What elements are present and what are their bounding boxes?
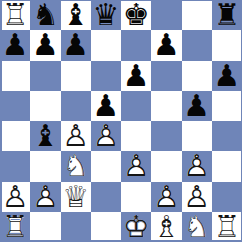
square-e7[interactable] [121, 30, 151, 60]
piece-glyph-outline: ♖ [2, 212, 29, 242]
piece-glyph: ♚ [123, 0, 150, 30]
piece-glyph: ♜ [213, 0, 240, 30]
square-e8[interactable]: ♚ [121, 0, 151, 30]
square-h2[interactable] [212, 182, 242, 212]
white-rook[interactable]: ♜♖ [212, 212, 242, 242]
square-a5[interactable] [0, 91, 30, 121]
square-f4[interactable] [151, 121, 181, 151]
white-king[interactable]: ♚♔ [121, 212, 151, 242]
piece-glyph-outline: ♗ [153, 212, 180, 242]
piece-glyph: ♟ [183, 91, 210, 121]
piece-glyph-outline: ♙ [2, 182, 29, 212]
white-pawn[interactable]: ♟♙ [151, 182, 181, 212]
square-e4[interactable] [121, 121, 151, 151]
square-g7[interactable] [182, 30, 212, 60]
white-queen[interactable]: ♛♕ [61, 182, 91, 212]
square-b4[interactable]: ♝ [30, 121, 60, 151]
black-pawn[interactable]: ♟ [121, 61, 151, 91]
white-pawn[interactable]: ♟♙ [30, 182, 60, 212]
black-pawn[interactable]: ♟ [30, 30, 60, 60]
piece-glyph-outline: ♔ [123, 212, 150, 242]
piece-glyph-outline: ♙ [62, 121, 89, 151]
piece-glyph-outline: ♖ [213, 212, 240, 242]
piece-glyph: ♝ [62, 0, 89, 30]
piece-glyph-outline: ♘ [62, 152, 89, 182]
white-pawn[interactable]: ♟♙ [91, 121, 121, 151]
square-c8[interactable]: ♝ [61, 0, 91, 30]
square-a8[interactable]: ♜♖ [0, 0, 30, 30]
square-d6[interactable] [91, 61, 121, 91]
piece-glyph: ♟ [153, 31, 180, 61]
square-a6[interactable] [0, 61, 30, 91]
square-g4[interactable] [182, 121, 212, 151]
square-c1[interactable] [61, 212, 91, 242]
piece-glyph-outline: ♕ [62, 182, 89, 212]
black-rook[interactable]: ♜ [212, 0, 242, 30]
white-bishop[interactable]: ♝♗ [151, 212, 181, 242]
square-e6[interactable]: ♟ [121, 61, 151, 91]
square-g5[interactable]: ♟ [182, 91, 212, 121]
square-f5[interactable] [151, 91, 181, 121]
piece-glyph-outline: ♖ [2, 0, 29, 30]
square-g1[interactable]: ♞♘ [182, 212, 212, 242]
square-h6[interactable]: ♟ [212, 61, 242, 91]
square-c3[interactable]: ♞♘ [61, 151, 91, 181]
square-f1[interactable]: ♝♗ [151, 212, 181, 242]
square-d8[interactable]: ♛ [91, 0, 121, 30]
square-a1[interactable]: ♜♖ [0, 212, 30, 242]
square-b1[interactable] [30, 212, 60, 242]
square-e2[interactable] [121, 182, 151, 212]
piece-glyph: ♟ [2, 31, 29, 61]
white-pawn[interactable]: ♟♙ [121, 151, 151, 181]
square-a7[interactable]: ♟ [0, 30, 30, 60]
black-bishop[interactable]: ♝ [30, 121, 60, 151]
square-h5[interactable] [212, 91, 242, 121]
white-rook[interactable]: ♜♖ [0, 212, 30, 242]
black-bishop[interactable]: ♝ [61, 0, 91, 30]
square-f6[interactable] [151, 61, 181, 91]
square-f8[interactable] [151, 0, 181, 30]
square-b3[interactable] [30, 151, 60, 181]
square-f3[interactable] [151, 151, 181, 181]
square-b7[interactable]: ♟ [30, 30, 60, 60]
piece-glyph-outline: ♙ [183, 182, 210, 212]
square-h3[interactable] [212, 151, 242, 181]
piece-glyph: ♟ [32, 31, 59, 61]
square-b2[interactable]: ♟♙ [30, 182, 60, 212]
black-queen[interactable]: ♛ [91, 0, 121, 30]
black-pawn[interactable]: ♟ [0, 30, 30, 60]
white-rook[interactable]: ♜♖ [0, 0, 30, 30]
square-d4[interactable]: ♟♙ [91, 121, 121, 151]
piece-glyph: ♟ [123, 61, 150, 91]
square-e5[interactable] [121, 91, 151, 121]
piece-glyph: ♛ [92, 0, 119, 30]
square-d3[interactable] [91, 151, 121, 181]
white-pawn[interactable]: ♟♙ [182, 151, 212, 181]
square-h8[interactable]: ♜ [212, 0, 242, 30]
square-h4[interactable] [212, 121, 242, 151]
black-king[interactable]: ♚ [121, 0, 151, 30]
piece-glyph: ♞ [32, 0, 59, 30]
square-e3[interactable]: ♟♙ [121, 151, 151, 181]
piece-glyph-outline: ♙ [153, 182, 180, 212]
piece-glyph-outline: ♙ [32, 182, 59, 212]
piece-glyph-outline: ♙ [92, 121, 119, 151]
square-e1[interactable]: ♚♔ [121, 212, 151, 242]
square-d1[interactable] [91, 212, 121, 242]
square-h7[interactable] [212, 30, 242, 60]
square-d5[interactable]: ♟ [91, 91, 121, 121]
black-pawn[interactable]: ♟ [91, 91, 121, 121]
square-a4[interactable] [0, 121, 30, 151]
piece-glyph-outline: ♘ [183, 212, 210, 242]
chess-board: ♜♖♞♝♛♚♜♟♟♟♟♟♟♟♟♝♟♙♟♙♞♘♟♙♟♙♟♙♟♙♛♕♟♙♟♙♜♖♚♔… [0, 0, 242, 242]
square-f2[interactable]: ♟♙ [151, 182, 181, 212]
black-knight[interactable]: ♞ [30, 0, 60, 30]
square-g2[interactable]: ♟♙ [182, 182, 212, 212]
square-a3[interactable] [0, 151, 30, 181]
piece-glyph-outline: ♙ [123, 152, 150, 182]
square-g6[interactable] [182, 61, 212, 91]
square-c4[interactable]: ♟♙ [61, 121, 91, 151]
square-g3[interactable]: ♟♙ [182, 151, 212, 181]
square-h1[interactable]: ♜♖ [212, 212, 242, 242]
square-a2[interactable]: ♟♙ [0, 182, 30, 212]
piece-glyph: ♟ [213, 61, 240, 91]
black-pawn[interactable]: ♟ [182, 91, 212, 121]
piece-glyph-outline: ♙ [183, 152, 210, 182]
white-pawn[interactable]: ♟♙ [61, 121, 91, 151]
black-pawn[interactable]: ♟ [61, 30, 91, 60]
square-b6[interactable] [30, 61, 60, 91]
square-c7[interactable]: ♟ [61, 30, 91, 60]
square-d7[interactable] [91, 30, 121, 60]
square-f7[interactable]: ♟ [151, 30, 181, 60]
white-pawn[interactable]: ♟♙ [182, 182, 212, 212]
square-d2[interactable] [91, 182, 121, 212]
square-g8[interactable] [182, 0, 212, 30]
square-c5[interactable] [61, 91, 91, 121]
square-b5[interactable] [30, 91, 60, 121]
white-pawn[interactable]: ♟♙ [0, 182, 30, 212]
square-b8[interactable]: ♞ [30, 0, 60, 30]
black-pawn[interactable]: ♟ [151, 30, 181, 60]
piece-glyph: ♟ [92, 91, 119, 121]
piece-glyph: ♝ [32, 121, 59, 151]
piece-glyph: ♟ [62, 31, 89, 61]
square-c6[interactable] [61, 61, 91, 91]
white-knight[interactable]: ♞♘ [61, 151, 91, 181]
square-c2[interactable]: ♛♕ [61, 182, 91, 212]
white-knight[interactable]: ♞♘ [182, 212, 212, 242]
black-pawn[interactable]: ♟ [212, 61, 242, 91]
